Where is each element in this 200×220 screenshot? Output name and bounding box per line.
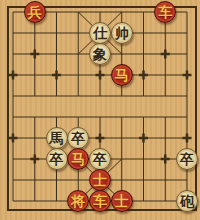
piece-red-advisor[interactable]: 士 — [89, 169, 111, 191]
piece-wood-soldier[interactable]: 卒 — [46, 148, 68, 170]
piece-red-horse[interactable]: 马 — [111, 64, 133, 86]
piece-wood-cannon[interactable]: 砲 — [176, 190, 198, 212]
piece-red-chariot[interactable]: 车 — [89, 190, 111, 212]
piece-wood-elephant[interactable]: 象 — [89, 43, 111, 65]
xiangqi-app: 兵车仕帅象马馬卒卒马卒卒士将车士砲 — [0, 0, 200, 220]
piece-wood-advisor[interactable]: 仕 — [89, 22, 111, 44]
piece-wood-soldier[interactable]: 卒 — [89, 148, 111, 170]
piece-red-soldier[interactable]: 兵 — [24, 1, 46, 23]
piece-wood-horse[interactable]: 馬 — [46, 127, 68, 149]
piece-red-advisor[interactable]: 士 — [111, 190, 133, 212]
piece-wood-soldier[interactable]: 卒 — [176, 148, 198, 170]
piece-wood-general[interactable]: 帅 — [111, 22, 133, 44]
